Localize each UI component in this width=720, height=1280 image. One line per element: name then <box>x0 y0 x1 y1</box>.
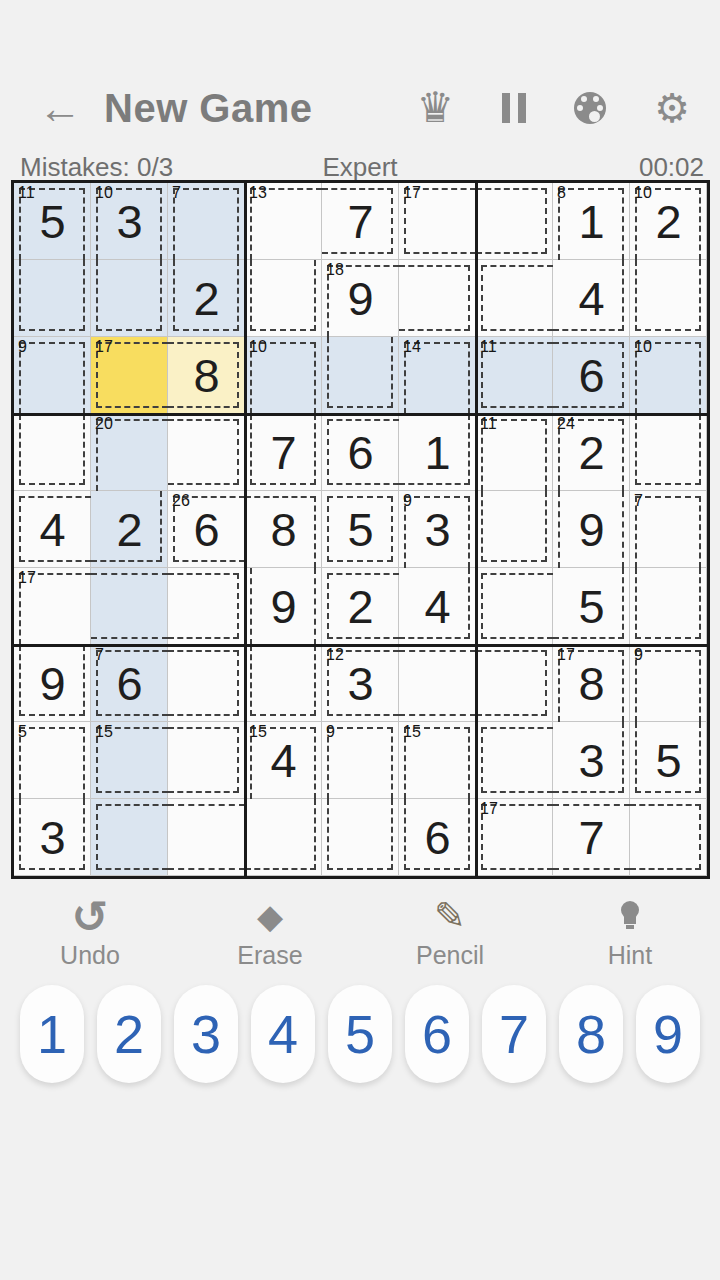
cage-border <box>245 799 316 870</box>
cell-r4c4[interactable]: 7 <box>245 414 322 491</box>
cage-sum-label: 17 <box>18 569 36 587</box>
cage-sum-label: 7 <box>95 646 104 664</box>
cell-r1c5[interactable]: 7 <box>322 183 399 260</box>
pencil-icon: ✎ <box>434 893 466 939</box>
hint-icon <box>620 893 640 939</box>
cage-border <box>19 414 85 485</box>
cage-border <box>250 260 316 331</box>
cage-border <box>635 260 701 331</box>
cage-sum-label: 12 <box>326 646 344 664</box>
entered-digit: 8 <box>245 491 322 568</box>
cell-r5c2[interactable]: 2 <box>91 491 168 568</box>
cell-r5c1[interactable]: 4 <box>14 491 91 568</box>
cage-sum-label: 10 <box>634 184 652 202</box>
entered-digit: 6 <box>322 414 399 491</box>
cell-r5c5[interactable]: 5 <box>322 491 399 568</box>
cage-sum-label: 7 <box>172 184 181 202</box>
entered-digit: 9 <box>14 645 91 722</box>
entered-digit: 3 <box>14 799 91 876</box>
cage-border <box>19 342 85 414</box>
hint-button[interactable]: Hint <box>540 893 720 973</box>
cage-border <box>635 650 701 722</box>
cell-r7c4[interactable] <box>245 645 322 722</box>
entered-digit: 2 <box>322 568 399 645</box>
cage-border <box>327 799 393 870</box>
cage-border <box>173 188 239 260</box>
cell-r4c6[interactable]: 1 <box>399 414 476 491</box>
entered-digit: 4 <box>553 260 630 337</box>
cage-border <box>327 337 393 408</box>
cell-r4c5[interactable]: 6 <box>322 414 399 491</box>
cage-sum-label: 9 <box>326 723 335 741</box>
cell-r9c6[interactable]: 6 <box>399 799 476 876</box>
cage-sum-label: 9 <box>18 338 27 356</box>
cell-r7c7[interactable] <box>476 645 553 722</box>
cage-sum-label: 9 <box>634 646 643 664</box>
entered-digit: 5 <box>630 722 707 799</box>
page-title: New Game <box>104 86 313 131</box>
cell-r9c8[interactable]: 7 <box>553 799 630 876</box>
cell-r9c3[interactable] <box>168 799 245 876</box>
cell-r4c3[interactable] <box>168 414 245 491</box>
cage-sum-label: 17 <box>480 800 498 818</box>
numpad-4[interactable]: 4 <box>251 985 315 1083</box>
cell-r2c4[interactable] <box>245 260 322 337</box>
cage-border <box>19 727 85 799</box>
cage-border <box>168 727 239 793</box>
cage-border <box>250 645 316 716</box>
cage-sum-label: 15 <box>95 723 113 741</box>
cage-border <box>399 265 470 331</box>
cage-border <box>481 727 553 793</box>
entered-digit: 5 <box>553 568 630 645</box>
entered-digit: 8 <box>168 337 245 414</box>
settings-icon[interactable]: ⚙ <box>654 78 690 138</box>
cage-border <box>96 260 162 331</box>
cell-r3c8[interactable]: 6 <box>553 337 630 414</box>
cage-sum-label: 7 <box>634 492 643 510</box>
tool-label: Hint <box>608 941 652 970</box>
cell-r6c8[interactable]: 5 <box>553 568 630 645</box>
entered-digit: 2 <box>168 260 245 337</box>
numpad-1[interactable]: 1 <box>20 985 84 1083</box>
cage-border <box>168 804 245 870</box>
cage-border <box>399 650 476 716</box>
cage-sum-label: 11 <box>480 338 497 356</box>
erase-button[interactable]: ◆Erase <box>180 893 360 973</box>
cell-r2c8[interactable]: 4 <box>553 260 630 337</box>
cage-sum-label: 26 <box>172 492 190 510</box>
cage-border <box>19 260 85 331</box>
cage-border <box>481 573 553 639</box>
cage-sum-label: 14 <box>403 338 421 356</box>
cell-r2c7[interactable] <box>476 260 553 337</box>
cell-r9c2[interactable] <box>91 799 168 876</box>
cage-sum-label: 20 <box>95 415 113 433</box>
cage-sum-label: 10 <box>95 184 113 202</box>
entered-digit: 9 <box>553 491 630 568</box>
crown-icon[interactable]: ♛ <box>416 78 454 138</box>
cage-border <box>481 265 553 331</box>
status-bar: Mistakes: 0/3 Expert 00:02 <box>0 152 720 182</box>
cell-r7c3[interactable] <box>168 645 245 722</box>
cell-r4c9[interactable] <box>630 414 707 491</box>
cage-border <box>635 568 701 639</box>
cell-r9c1[interactable]: 3 <box>14 799 91 876</box>
numpad-5[interactable]: 5 <box>328 985 392 1083</box>
cage-border <box>327 727 393 799</box>
cell-r3c3[interactable]: 8 <box>168 337 245 414</box>
cell-r2c6[interactable] <box>399 260 476 337</box>
cell-r7c1[interactable]: 9 <box>14 645 91 722</box>
entered-digit: 9 <box>245 568 322 645</box>
cell-r6c2[interactable] <box>91 568 168 645</box>
numpad-2[interactable]: 2 <box>97 985 161 1083</box>
cell-r7c6[interactable] <box>399 645 476 722</box>
tool-label: Pencil <box>416 941 484 970</box>
entered-digit: 7 <box>322 183 399 260</box>
tool-label: Undo <box>60 941 120 970</box>
cage-sum-label: 24 <box>557 415 575 433</box>
cell-r5c8[interactable]: 9 <box>553 491 630 568</box>
numpad-8[interactable]: 8 <box>559 985 623 1083</box>
back-icon[interactable]: ← <box>38 78 82 138</box>
tool-label: Erase <box>237 941 302 970</box>
cage-border <box>168 573 239 639</box>
cage-border <box>630 804 701 870</box>
header: ← New Game ♛ ⚙ <box>0 78 720 138</box>
entered-digit: 7 <box>553 799 630 876</box>
cage-border <box>476 188 547 254</box>
cell-r2c9[interactable] <box>630 260 707 337</box>
cell-r8c7[interactable] <box>476 722 553 799</box>
numpad-6[interactable]: 6 <box>405 985 469 1083</box>
pencil-button[interactable]: ✎Pencil <box>360 893 540 973</box>
entered-digit: 6 <box>399 799 476 876</box>
cell-r9c9[interactable] <box>630 799 707 876</box>
cell-r6c7[interactable] <box>476 568 553 645</box>
cell-r3c5[interactable] <box>322 337 399 414</box>
toolbar: ↺Undo◆Erase✎PencilHint <box>0 893 720 973</box>
cage-border <box>96 804 168 870</box>
timer: 00:02 <box>639 152 704 183</box>
entered-digit: 5 <box>322 491 399 568</box>
cage-sum-label: 8 <box>557 184 566 202</box>
cage-sum-label: 10 <box>249 338 267 356</box>
cage-sum-label: 11 <box>480 415 497 433</box>
cell-r8c8[interactable]: 3 <box>553 722 630 799</box>
cage-sum-label: 15 <box>249 723 267 741</box>
cage-sum-label: 17 <box>557 646 575 664</box>
entered-digit: 3 <box>553 722 630 799</box>
cage-border <box>481 491 547 562</box>
entered-digit: 7 <box>245 414 322 491</box>
cell-r8c3[interactable] <box>168 722 245 799</box>
cell-r2c3[interactable]: 2 <box>168 260 245 337</box>
cell-r1c7[interactable] <box>476 183 553 260</box>
sudoku-board: 5371229486761242685399245963843536711107… <box>11 180 710 879</box>
header-icons: ♛ ⚙ <box>416 78 690 138</box>
cage-sum-label: 13 <box>249 184 267 202</box>
entered-digit: 6 <box>553 337 630 414</box>
cell-r8c9[interactable]: 5 <box>630 722 707 799</box>
entered-digit: 4 <box>399 568 476 645</box>
numpad-7[interactable]: 7 <box>482 985 546 1083</box>
numpad: 123456789 <box>0 985 720 1083</box>
cage-sum-label: 18 <box>326 261 344 279</box>
cell-r5c4[interactable]: 8 <box>245 491 322 568</box>
cell-r5c7[interactable] <box>476 491 553 568</box>
cell-r6c3[interactable] <box>168 568 245 645</box>
cage-sum-label: 15 <box>403 723 421 741</box>
entered-digit: 1 <box>399 414 476 491</box>
cell-r6c9[interactable] <box>630 568 707 645</box>
cage-border <box>168 419 239 485</box>
cage-sum-label: 10 <box>634 338 652 356</box>
cage-sum-label: 11 <box>18 184 35 202</box>
numpad-9[interactable]: 9 <box>636 985 700 1083</box>
entered-digit: 2 <box>91 491 168 568</box>
cell-r4c1[interactable] <box>14 414 91 491</box>
cage-border <box>168 650 239 716</box>
pause-icon[interactable] <box>502 93 526 123</box>
erase-icon: ◆ <box>257 893 283 939</box>
numpad-3[interactable]: 3 <box>174 985 238 1083</box>
entered-digit: 4 <box>14 491 91 568</box>
cell-r6c4[interactable]: 9 <box>245 568 322 645</box>
cell-r6c6[interactable]: 4 <box>399 568 476 645</box>
cage-sum-label: 5 <box>18 723 27 741</box>
cage-border <box>476 650 547 716</box>
cell-r9c4[interactable] <box>245 799 322 876</box>
cell-r9c5[interactable] <box>322 799 399 876</box>
cell-r2c1[interactable] <box>14 260 91 337</box>
cell-r6c5[interactable]: 2 <box>322 568 399 645</box>
cage-border <box>635 414 701 485</box>
cage-sum-label: 9 <box>403 492 412 510</box>
cage-border <box>91 573 168 639</box>
cage-sum-label: 17 <box>95 338 113 356</box>
palette-icon[interactable] <box>574 92 606 124</box>
cage-border <box>635 496 701 568</box>
undo-icon: ↺ <box>72 893 109 939</box>
undo-button[interactable]: ↺Undo <box>0 893 180 973</box>
cell-r2c2[interactable] <box>91 260 168 337</box>
difficulty-label: Expert <box>0 152 720 183</box>
cage-sum-label: 17 <box>403 184 421 202</box>
